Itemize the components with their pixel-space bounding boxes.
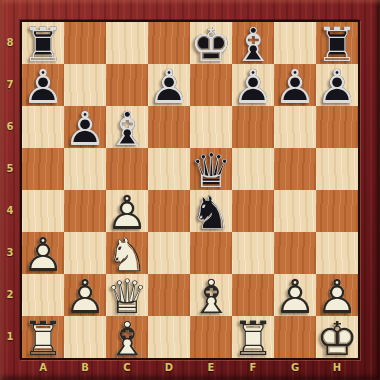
square-d3[interactable]	[148, 232, 190, 274]
square-a2[interactable]	[22, 274, 64, 316]
rank-label-8: 8	[0, 22, 20, 64]
square-b4[interactable]	[64, 190, 106, 232]
square-a1[interactable]: ♜♖	[22, 316, 64, 358]
square-b5[interactable]	[64, 148, 106, 190]
square-d8[interactable]	[148, 22, 190, 64]
square-g6[interactable]	[274, 106, 316, 148]
square-d7[interactable]: ♟♙	[148, 64, 190, 106]
square-a4[interactable]	[22, 190, 64, 232]
white-king-outline: ♔	[316, 317, 358, 359]
square-h4[interactable]	[316, 190, 358, 232]
black-pawn-outline: ♙	[232, 65, 274, 107]
square-h5[interactable]	[316, 148, 358, 190]
rank-label-6: 6	[0, 106, 20, 148]
square-b7[interactable]	[64, 64, 106, 106]
square-f3[interactable]	[232, 232, 274, 274]
piece-white-bishop[interactable]: ♝♗	[106, 316, 148, 358]
rank-label-4: 4	[0, 190, 20, 232]
square-d4[interactable]	[148, 190, 190, 232]
piece-white-king[interactable]: ♚♔	[316, 316, 358, 358]
piece-black-bishop[interactable]: ♝♗	[106, 106, 148, 148]
board-frame: 87654321 ABCDEFGH ♜♖♚♔♝♗♜♖♟♙♟♙♟♙♟♙♟♙♟♙♝♗…	[0, 0, 380, 380]
piece-black-pawn[interactable]: ♟♙	[274, 64, 316, 106]
square-h3[interactable]	[316, 232, 358, 274]
rank-label-5: 5	[0, 148, 20, 190]
white-pawn-outline: ♙	[64, 275, 106, 317]
rank-label-7: 7	[0, 64, 20, 106]
square-c7[interactable]	[106, 64, 148, 106]
square-e7[interactable]	[190, 64, 232, 106]
piece-black-rook[interactable]: ♜♖	[22, 22, 64, 64]
black-pawn-outline: ♙	[64, 107, 106, 149]
white-bishop-outline: ♗	[106, 317, 148, 359]
piece-white-bishop[interactable]: ♝♗	[190, 274, 232, 316]
piece-white-queen[interactable]: ♛♕	[106, 274, 148, 316]
square-a5[interactable]	[22, 148, 64, 190]
black-bishop-outline: ♗	[106, 107, 148, 149]
white-rook-outline: ♖	[232, 317, 274, 359]
black-pawn-outline: ♙	[148, 65, 190, 107]
rank-label-2: 2	[0, 274, 20, 316]
square-h1[interactable]: ♚♔	[316, 316, 358, 358]
square-f5[interactable]	[232, 148, 274, 190]
piece-black-pawn[interactable]: ♟♙	[64, 106, 106, 148]
square-c4[interactable]: ♟♙	[106, 190, 148, 232]
square-e6[interactable]	[190, 106, 232, 148]
piece-black-queen[interactable]: ♛♕	[190, 148, 232, 190]
square-b6[interactable]: ♟♙	[64, 106, 106, 148]
chess-board: ♜♖♚♔♝♗♜♖♟♙♟♙♟♙♟♙♟♙♟♙♝♗♛♕♟♙♞♘♟♙♞♘♟♙♛♕♝♗♟♙…	[20, 20, 360, 360]
piece-black-pawn[interactable]: ♟♙	[22, 64, 64, 106]
square-g5[interactable]	[274, 148, 316, 190]
square-g8[interactable]	[274, 22, 316, 64]
piece-black-pawn[interactable]: ♟♙	[316, 64, 358, 106]
square-d1[interactable]	[148, 316, 190, 358]
square-d6[interactable]	[148, 106, 190, 148]
square-e4[interactable]: ♞♘	[190, 190, 232, 232]
piece-white-pawn[interactable]: ♟♙	[106, 190, 148, 232]
white-pawn-outline: ♙	[274, 275, 316, 317]
square-f4[interactable]	[232, 190, 274, 232]
piece-white-pawn[interactable]: ♟♙	[64, 274, 106, 316]
black-knight-outline: ♘	[190, 191, 232, 233]
file-labels: ABCDEFGH	[22, 358, 358, 380]
square-f1[interactable]: ♜♖	[232, 316, 274, 358]
square-g2[interactable]: ♟♙	[274, 274, 316, 316]
square-h2[interactable]: ♟♙	[316, 274, 358, 316]
square-d2[interactable]	[148, 274, 190, 316]
piece-black-bishop[interactable]: ♝♗	[232, 22, 274, 64]
square-e5[interactable]: ♛♕	[190, 148, 232, 190]
square-f7[interactable]: ♟♙	[232, 64, 274, 106]
square-g3[interactable]	[274, 232, 316, 274]
square-a8[interactable]: ♜♖	[22, 22, 64, 64]
file-label-b: B	[64, 358, 106, 380]
white-pawn-outline: ♙	[22, 233, 64, 275]
square-d5[interactable]	[148, 148, 190, 190]
square-e8[interactable]: ♚♔	[190, 22, 232, 64]
square-a3[interactable]: ♟♙	[22, 232, 64, 274]
piece-black-knight[interactable]: ♞♘	[190, 190, 232, 232]
rank-labels: 87654321	[0, 22, 20, 358]
square-e3[interactable]	[190, 232, 232, 274]
square-e1[interactable]	[190, 316, 232, 358]
square-b1[interactable]	[64, 316, 106, 358]
piece-black-pawn[interactable]: ♟♙	[232, 64, 274, 106]
piece-white-pawn[interactable]: ♟♙	[274, 274, 316, 316]
file-label-e: E	[190, 358, 232, 380]
square-a7[interactable]: ♟♙	[22, 64, 64, 106]
square-a6[interactable]	[22, 106, 64, 148]
file-label-g: G	[274, 358, 316, 380]
piece-white-rook[interactable]: ♜♖	[22, 316, 64, 358]
piece-white-pawn[interactable]: ♟♙	[22, 232, 64, 274]
piece-black-pawn[interactable]: ♟♙	[148, 64, 190, 106]
white-rook-outline: ♖	[22, 317, 64, 359]
black-king-outline: ♔	[190, 23, 232, 65]
piece-white-pawn[interactable]: ♟♙	[316, 274, 358, 316]
piece-white-knight[interactable]: ♞♘	[106, 232, 148, 274]
black-pawn-outline: ♙	[316, 65, 358, 107]
square-f2[interactable]	[232, 274, 274, 316]
file-label-d: D	[148, 358, 190, 380]
white-bishop-outline: ♗	[190, 275, 232, 317]
black-pawn-outline: ♙	[22, 65, 64, 107]
rank-label-1: 1	[0, 316, 20, 358]
square-g1[interactable]	[274, 316, 316, 358]
piece-black-rook[interactable]: ♜♖	[316, 22, 358, 64]
square-f8[interactable]: ♝♗	[232, 22, 274, 64]
square-b3[interactable]	[64, 232, 106, 274]
square-c6[interactable]: ♝♗	[106, 106, 148, 148]
square-c5[interactable]	[106, 148, 148, 190]
square-h8[interactable]: ♜♖	[316, 22, 358, 64]
square-f6[interactable]	[232, 106, 274, 148]
piece-white-rook[interactable]: ♜♖	[232, 316, 274, 358]
square-c2[interactable]: ♛♕	[106, 274, 148, 316]
piece-black-king[interactable]: ♚♔	[190, 22, 232, 64]
square-c8[interactable]	[106, 22, 148, 64]
square-g4[interactable]	[274, 190, 316, 232]
square-c1[interactable]: ♝♗	[106, 316, 148, 358]
black-pawn-outline: ♙	[274, 65, 316, 107]
square-c3[interactable]: ♞♘	[106, 232, 148, 274]
square-b8[interactable]	[64, 22, 106, 64]
square-h6[interactable]	[316, 106, 358, 148]
square-h7[interactable]: ♟♙	[316, 64, 358, 106]
rank-label-3: 3	[0, 232, 20, 274]
square-b2[interactable]: ♟♙	[64, 274, 106, 316]
square-e2[interactable]: ♝♗	[190, 274, 232, 316]
square-g7[interactable]: ♟♙	[274, 64, 316, 106]
